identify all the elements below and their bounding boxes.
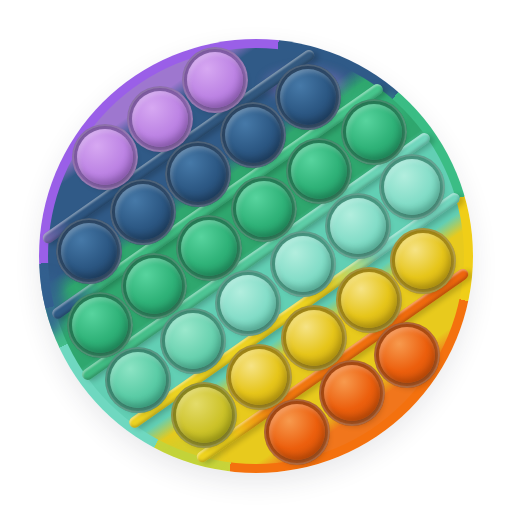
bubble-A2-purple[interactable]	[132, 91, 188, 147]
bubble-D4-mint-teal[interactable]	[275, 236, 331, 292]
bubble-F2-orange[interactable]	[324, 365, 380, 421]
popit-toy	[39, 39, 473, 473]
bubble-D2-mint-teal[interactable]	[165, 313, 221, 369]
bubble-F1-orange[interactable]	[269, 404, 325, 460]
bubble-C3-green[interactable]	[181, 220, 237, 276]
bubble-D1-mint-teal[interactable]	[110, 352, 166, 408]
bubble-D3-mint-teal[interactable]	[220, 275, 276, 331]
bubble-B3-navy-blue[interactable]	[170, 146, 226, 202]
bubble-C1-green[interactable]	[72, 297, 128, 353]
bubble-C5-green[interactable]	[291, 143, 347, 199]
bubble-B5-navy-blue[interactable]	[280, 69, 336, 125]
bubble-D5-mint-teal[interactable]	[330, 198, 386, 254]
product-photo-background	[0, 0, 512, 512]
bubble-B1-navy-blue[interactable]	[61, 223, 117, 279]
bubble-A1-purple[interactable]	[77, 129, 133, 185]
bubble-A3-purple[interactable]	[187, 52, 243, 108]
bubble-E4-yellow[interactable]	[341, 272, 397, 328]
bubble-F3-orange[interactable]	[379, 327, 435, 383]
bubble-E3-yellow[interactable]	[286, 310, 342, 366]
bubble-E1-yellow[interactable]	[176, 387, 232, 443]
bubble-E2-yellow[interactable]	[231, 349, 287, 405]
